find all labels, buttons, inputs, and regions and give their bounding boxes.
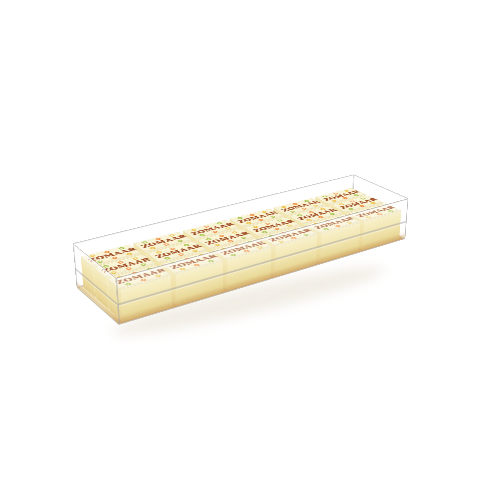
product-photo: ✿✿✿ZOMAAR✿✿✿✿✿✿ZOMAAR✿✿✿✿✿✿ZOMAAR✿✿✿✿✿✿Z… [0,0,500,500]
scene-3d: ✿✿✿ZOMAAR✿✿✿✿✿✿ZOMAAR✿✿✿✿✿✿ZOMAAR✿✿✿✿✿✿Z… [0,0,500,500]
